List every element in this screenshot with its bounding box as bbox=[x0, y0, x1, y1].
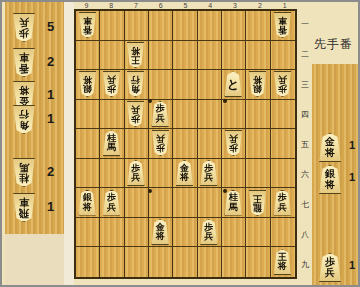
piece-kanji: 兵 bbox=[156, 114, 165, 124]
sente-gold-piece[interactable]: 金将 bbox=[175, 160, 194, 186]
gote-pawn-piece[interactable]: 歩兵 bbox=[224, 130, 243, 156]
square-4i[interactable] bbox=[198, 247, 222, 277]
piece-kanji: 歩 bbox=[325, 257, 335, 268]
square-8i[interactable] bbox=[100, 247, 124, 277]
square-5a[interactable] bbox=[173, 11, 197, 41]
sente-hand-pawn[interactable]: 歩兵1 bbox=[312, 252, 360, 286]
gote-hand-lance[interactable]: 香車2 bbox=[5, 47, 64, 81]
piece-kanji: 兵 bbox=[278, 75, 287, 85]
sente-silver-piece[interactable]: 銀将 bbox=[78, 190, 97, 216]
square-9e[interactable] bbox=[76, 129, 100, 159]
square-9f[interactable] bbox=[76, 159, 100, 189]
square-2h[interactable] bbox=[246, 218, 270, 248]
sente-hand-gold[interactable]: 金将1 bbox=[312, 132, 360, 166]
rank-label: 七 bbox=[298, 199, 312, 210]
sente-captured-tray: 金将1銀将1歩兵1 bbox=[312, 64, 360, 287]
square-5d[interactable] bbox=[173, 100, 197, 130]
square-2a[interactable] bbox=[246, 11, 270, 41]
square-5c[interactable] bbox=[173, 70, 197, 100]
piece-kanji: 銀 bbox=[325, 169, 335, 180]
sente-pawn-piece[interactable]: 歩兵 bbox=[199, 219, 218, 245]
piece-kanji: 兵 bbox=[325, 268, 335, 279]
piece-kanji: 車 bbox=[19, 197, 29, 208]
piece-kanji: 歩 bbox=[229, 143, 238, 153]
gote-hand-count: 1 bbox=[47, 111, 54, 126]
square-1i[interactable]: 王将 bbox=[271, 247, 295, 277]
gote-dragon-piece[interactable]: 龍王 bbox=[248, 190, 267, 216]
piece-kanji: 香 bbox=[19, 63, 29, 74]
square-1e[interactable] bbox=[271, 129, 295, 159]
rank-label: 九 bbox=[298, 259, 312, 270]
rank-label: 六 bbox=[298, 169, 312, 180]
square-1b[interactable] bbox=[271, 41, 295, 71]
square-3d[interactable] bbox=[222, 100, 246, 130]
turn-indicator-label: 先手番 bbox=[314, 36, 353, 53]
square-5i[interactable] bbox=[173, 247, 197, 277]
piece-kanji: 飛 bbox=[19, 208, 29, 219]
square-7i[interactable] bbox=[125, 247, 149, 277]
square-7c[interactable]: 角行 bbox=[125, 70, 149, 100]
square-4h[interactable]: 歩兵 bbox=[198, 218, 222, 248]
gote-bishop-piece[interactable]: 角行 bbox=[12, 105, 36, 134]
sente-pawn-piece[interactable]: 歩兵 bbox=[151, 101, 170, 127]
gote-pawn-piece[interactable]: 歩兵 bbox=[12, 13, 36, 42]
sente-king-piece[interactable]: 王将 bbox=[273, 249, 292, 275]
piece-kanji: 将 bbox=[325, 148, 335, 159]
gote-captured-tray: 歩兵5香車2金将1角行1桂馬2飛車1 bbox=[5, 2, 64, 234]
gote-silver-piece[interactable]: 銀将 bbox=[248, 71, 267, 97]
piece-kanji: 兵 bbox=[19, 17, 29, 28]
square-2i[interactable] bbox=[246, 247, 270, 277]
square-1f[interactable] bbox=[271, 159, 295, 189]
gote-lance-piece[interactable]: 香車 bbox=[78, 12, 97, 38]
square-9g[interactable]: 銀将 bbox=[76, 188, 100, 218]
square-9h[interactable] bbox=[76, 218, 100, 248]
piece-kanji: 兵 bbox=[229, 134, 238, 144]
star-point bbox=[223, 99, 227, 103]
sente-knight-piece[interactable]: 桂馬 bbox=[102, 130, 121, 156]
square-3b[interactable] bbox=[222, 41, 246, 71]
square-4c[interactable] bbox=[198, 70, 222, 100]
piece-kanji: 兵 bbox=[107, 203, 116, 213]
square-8e[interactable]: 桂馬 bbox=[100, 129, 124, 159]
piece-kanji: 馬 bbox=[107, 143, 116, 153]
shogi-app-window: 歩兵5香車2金将1角行1桂馬2飛車1 987654321 香車香車王将銀将歩兵角… bbox=[0, 0, 360, 287]
square-8b[interactable] bbox=[100, 41, 124, 71]
square-5f[interactable]: 金将 bbox=[173, 159, 197, 189]
piece-kanji: 龍 bbox=[253, 203, 262, 213]
gote-knight-piece[interactable]: 桂馬 bbox=[12, 158, 36, 187]
rank-label: 四 bbox=[298, 109, 312, 120]
rank-label: 一 bbox=[298, 19, 312, 30]
square-6b[interactable] bbox=[149, 41, 173, 71]
gote-hand-count: 2 bbox=[47, 164, 54, 179]
square-1a[interactable]: 香車 bbox=[271, 11, 295, 41]
piece-kanji: 王 bbox=[131, 55, 140, 65]
turn-indicator-panel bbox=[312, 2, 360, 64]
gote-rook-piece[interactable]: 飛車 bbox=[12, 193, 36, 222]
sente-gold-piece[interactable]: 金将 bbox=[151, 219, 170, 245]
square-8d[interactable] bbox=[100, 100, 124, 130]
piece-kanji: 金 bbox=[325, 137, 335, 148]
square-9d[interactable] bbox=[76, 100, 100, 130]
piece-kanji: 将 bbox=[180, 173, 189, 183]
square-9c[interactable]: 銀将 bbox=[76, 70, 100, 100]
square-1c[interactable]: 歩兵 bbox=[271, 70, 295, 100]
rank-label: 八 bbox=[298, 229, 312, 240]
piece-kanji: 兵 bbox=[131, 104, 140, 114]
piece-kanji: 将 bbox=[83, 75, 92, 85]
piece-kanji: 角 bbox=[131, 84, 140, 94]
square-7h[interactable] bbox=[125, 218, 149, 248]
piece-kanji: 桂 bbox=[19, 173, 29, 184]
gote-pawn-piece[interactable]: 歩兵 bbox=[126, 101, 145, 127]
piece-kanji: 香 bbox=[83, 25, 92, 35]
square-4b[interactable] bbox=[198, 41, 222, 71]
piece-kanji: 馬 bbox=[229, 203, 238, 213]
piece-kanji: 銀 bbox=[253, 84, 262, 94]
sente-pawn-piece[interactable]: 歩兵 bbox=[273, 190, 292, 216]
square-7g[interactable] bbox=[125, 188, 149, 218]
gote-hand-count: 5 bbox=[47, 19, 54, 34]
square-6e[interactable]: 歩兵 bbox=[149, 129, 173, 159]
square-4e[interactable] bbox=[198, 129, 222, 159]
square-8g[interactable]: 歩兵 bbox=[100, 188, 124, 218]
square-2e[interactable] bbox=[246, 129, 270, 159]
square-4f[interactable]: 歩兵 bbox=[198, 159, 222, 189]
square-9b[interactable] bbox=[76, 41, 100, 71]
square-5b[interactable] bbox=[173, 41, 197, 71]
piece-kanji: 歩 bbox=[131, 114, 140, 124]
gote-lance-piece[interactable]: 香車 bbox=[273, 12, 292, 38]
gote-hand-count: 2 bbox=[47, 54, 54, 69]
square-7b[interactable]: 王将 bbox=[125, 41, 149, 71]
square-5g[interactable] bbox=[173, 188, 197, 218]
square-7f[interactable]: 歩兵 bbox=[125, 159, 149, 189]
square-1d[interactable] bbox=[271, 100, 295, 130]
gote-silver-piece[interactable]: 銀将 bbox=[78, 71, 97, 97]
square-6f[interactable] bbox=[149, 159, 173, 189]
gote-hand-count: 1 bbox=[47, 199, 54, 214]
sente-silver-piece[interactable]: 銀将 bbox=[318, 165, 342, 194]
sente-hand-count: 1 bbox=[349, 259, 355, 271]
piece-kanji: 歩 bbox=[156, 143, 165, 153]
piece-kanji: 将 bbox=[325, 180, 335, 191]
square-2f[interactable] bbox=[246, 159, 270, 189]
gote-hand-bishop[interactable]: 角行1 bbox=[5, 104, 64, 138]
piece-kanji: 兵 bbox=[278, 203, 287, 213]
piece-kanji: 車 bbox=[278, 16, 287, 26]
piece-kanji: 兵 bbox=[204, 232, 213, 242]
square-8h[interactable] bbox=[100, 218, 124, 248]
rank-label: 二 bbox=[298, 49, 312, 60]
piece-kanji: 兵 bbox=[156, 134, 165, 144]
square-6g[interactable] bbox=[149, 188, 173, 218]
square-4g[interactable] bbox=[198, 188, 222, 218]
square-6a[interactable] bbox=[149, 11, 173, 41]
piece-kanji: 車 bbox=[19, 52, 29, 63]
piece-kanji: 王 bbox=[253, 193, 262, 203]
square-2c[interactable]: 銀将 bbox=[246, 70, 270, 100]
piece-kanji: 銀 bbox=[83, 84, 92, 94]
piece-kanji: 兵 bbox=[204, 173, 213, 183]
gote-pawn-piece[interactable]: 歩兵 bbox=[273, 71, 292, 97]
square-9i[interactable] bbox=[76, 247, 100, 277]
square-3i[interactable] bbox=[222, 247, 246, 277]
square-7d[interactable]: 歩兵 bbox=[125, 100, 149, 130]
piece-kanji: 将 bbox=[253, 75, 262, 85]
square-9a[interactable]: 香車 bbox=[76, 11, 100, 41]
square-2g[interactable]: 龍王 bbox=[246, 188, 270, 218]
square-7a[interactable] bbox=[125, 11, 149, 41]
sente-hand-count: 1 bbox=[349, 171, 355, 183]
gote-lance-piece[interactable]: 香車 bbox=[12, 48, 36, 77]
square-7e[interactable] bbox=[125, 129, 149, 159]
piece-kanji: 兵 bbox=[131, 173, 140, 183]
sente-knight-piece[interactable]: 桂馬 bbox=[224, 190, 243, 216]
square-8a[interactable] bbox=[100, 11, 124, 41]
gote-king-piece[interactable]: 王将 bbox=[126, 42, 145, 68]
piece-kanji: 将 bbox=[156, 232, 165, 242]
sente-gold-piece[interactable]: 金将 bbox=[318, 133, 342, 162]
square-3c[interactable]: と bbox=[222, 70, 246, 100]
piece-kanji: 歩 bbox=[278, 84, 287, 94]
gote-hand-count: 1 bbox=[47, 87, 54, 102]
piece-kanji: 馬 bbox=[19, 162, 29, 173]
square-3a[interactable] bbox=[222, 11, 246, 41]
gote-hand-knight[interactable]: 桂馬2 bbox=[5, 157, 64, 191]
square-4a[interactable] bbox=[198, 11, 222, 41]
piece-kanji: 香 bbox=[278, 25, 287, 35]
piece-kanji: 車 bbox=[83, 16, 92, 26]
square-5h[interactable] bbox=[173, 218, 197, 248]
piece-kanji: と bbox=[227, 78, 239, 90]
piece-kanji: 将 bbox=[131, 45, 140, 55]
square-1g[interactable]: 歩兵 bbox=[271, 188, 295, 218]
sente-pawn-piece[interactable]: 歩兵 bbox=[102, 190, 121, 216]
square-2b[interactable] bbox=[246, 41, 270, 71]
square-2d[interactable] bbox=[246, 100, 270, 130]
piece-kanji: 行 bbox=[131, 75, 140, 85]
piece-kanji: 金 bbox=[19, 96, 29, 107]
piece-kanji: 兵 bbox=[107, 75, 116, 85]
rank-label: 三 bbox=[298, 79, 312, 90]
sente-hand-count: 1 bbox=[349, 139, 355, 151]
square-3e[interactable]: 歩兵 bbox=[222, 129, 246, 159]
rank-label: 五 bbox=[298, 139, 312, 150]
gote-hand-rook[interactable]: 飛車1 bbox=[5, 192, 64, 226]
square-6h[interactable]: 金将 bbox=[149, 218, 173, 248]
gote-pawn-piece[interactable]: 歩兵 bbox=[151, 130, 170, 156]
square-8f[interactable] bbox=[100, 159, 124, 189]
square-6d[interactable]: 歩兵 bbox=[149, 100, 173, 130]
piece-kanji: 行 bbox=[19, 109, 29, 120]
piece-kanji: 歩 bbox=[19, 28, 29, 39]
sente-pawn-piece[interactable]: 歩兵 bbox=[318, 253, 342, 282]
piece-kanji: 歩 bbox=[107, 84, 116, 94]
sente-tokin-piece[interactable]: と bbox=[224, 71, 243, 97]
gote-hand-pawn[interactable]: 歩兵5 bbox=[5, 12, 64, 46]
piece-kanji: 角 bbox=[19, 120, 29, 131]
star-point bbox=[223, 189, 227, 193]
sente-hand-silver[interactable]: 銀将1 bbox=[312, 164, 360, 198]
square-8c[interactable]: 歩兵 bbox=[100, 70, 124, 100]
square-3h[interactable] bbox=[222, 218, 246, 248]
tray-board-divider bbox=[64, 2, 74, 287]
square-6i[interactable] bbox=[149, 247, 173, 277]
piece-kanji: 将 bbox=[19, 85, 29, 96]
square-5e[interactable] bbox=[173, 129, 197, 159]
square-1h[interactable] bbox=[271, 218, 295, 248]
gote-tray-empty-area bbox=[5, 234, 64, 287]
gote-bishop-piece[interactable]: 角行 bbox=[126, 71, 145, 97]
rank-coordinates: 一二三四五六七八九 bbox=[298, 9, 312, 279]
sente-pawn-piece[interactable]: 歩兵 bbox=[126, 160, 145, 186]
square-4d[interactable] bbox=[198, 100, 222, 130]
sente-pawn-piece[interactable]: 歩兵 bbox=[199, 160, 218, 186]
gote-pawn-piece[interactable]: 歩兵 bbox=[102, 71, 121, 97]
piece-kanji: 将 bbox=[278, 262, 287, 272]
shogi-board[interactable]: 香車香車王将銀将歩兵角行と銀将歩兵歩兵歩兵桂馬歩兵歩兵歩兵金将歩兵銀将歩兵桂馬龍… bbox=[74, 9, 297, 279]
square-6c[interactable] bbox=[149, 70, 173, 100]
piece-kanji: 将 bbox=[83, 203, 92, 213]
square-3f[interactable] bbox=[222, 159, 246, 189]
